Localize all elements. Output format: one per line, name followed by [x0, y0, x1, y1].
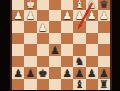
white-pawn-h2-icon: ♟	[12, 10, 24, 22]
black-bishop-c8-icon: ♝	[73, 79, 85, 91]
square-c4[interactable]	[73, 33, 85, 45]
square-c3[interactable]	[73, 21, 85, 33]
chess-diagram: ♚♝♞♛♟♟♟♟♟♟♟♟♞♟♟♚♟♟♟♟♝♜	[0, 0, 120, 90]
black-pawn-c7-icon: ♟	[73, 67, 85, 79]
square-b3[interactable]	[86, 21, 98, 33]
square-a3[interactable]	[98, 21, 110, 33]
black-pawn-g7-icon: ♟	[24, 67, 36, 79]
black-king-f7-icon: ♚	[37, 67, 49, 79]
square-h8[interactable]	[12, 79, 24, 91]
black-knight-c6-icon: ♞	[73, 56, 85, 68]
square-f2[interactable]	[37, 10, 49, 22]
square-e2[interactable]	[49, 10, 61, 22]
white-pawn-d2-icon: ♟	[61, 10, 73, 22]
black-pawn-e5-icon: ♟	[49, 44, 61, 56]
square-d8[interactable]	[61, 79, 73, 91]
square-f4[interactable]	[37, 33, 49, 45]
square-c5[interactable]	[73, 44, 85, 56]
board-frame: ♚♝♞♛♟♟♟♟♟♟♟♟♞♟♟♚♟♟♟♟♝♜	[10, 0, 112, 90]
square-h4[interactable]	[12, 33, 24, 45]
square-a5[interactable]	[98, 44, 110, 56]
square-b5[interactable]	[86, 44, 98, 56]
square-g4[interactable]	[24, 33, 36, 45]
square-a1[interactable]: ♛	[98, 0, 110, 10]
square-a8[interactable]: ♜	[98, 79, 110, 91]
square-f6[interactable]	[37, 56, 49, 68]
square-c7[interactable]: ♟	[73, 67, 85, 79]
white-pawn-a2-icon: ♟	[98, 10, 110, 22]
square-e3[interactable]	[49, 21, 61, 33]
white-pawn-f3-icon: ♟	[37, 21, 49, 33]
square-e4[interactable]	[49, 33, 61, 45]
black-pawn-b7-icon: ♟	[86, 67, 98, 79]
square-e1[interactable]	[49, 0, 61, 10]
square-f7[interactable]: ♚	[37, 67, 49, 79]
square-b8[interactable]	[86, 79, 98, 91]
square-b4[interactable]	[86, 33, 98, 45]
square-e6[interactable]	[49, 56, 61, 68]
square-h1[interactable]	[12, 0, 24, 10]
square-d5[interactable]	[61, 44, 73, 56]
square-b7[interactable]: ♟	[86, 67, 98, 79]
square-h3[interactable]	[12, 21, 24, 33]
square-g5[interactable]	[24, 44, 36, 56]
square-e7[interactable]	[49, 67, 61, 79]
square-c8[interactable]: ♝	[73, 79, 85, 91]
square-h6[interactable]	[12, 56, 24, 68]
square-f1[interactable]	[37, 0, 49, 10]
square-a2[interactable]: ♟	[98, 10, 110, 22]
square-d1[interactable]	[61, 0, 73, 10]
square-g2[interactable]: ♟	[24, 10, 36, 22]
square-g7[interactable]: ♟	[24, 67, 36, 79]
square-b1[interactable]: ♞	[86, 0, 98, 10]
square-c2[interactable]: ♟	[73, 10, 85, 22]
square-f8[interactable]	[37, 79, 49, 91]
square-h5[interactable]	[12, 44, 24, 56]
black-rook-a8-icon: ♜	[98, 79, 110, 91]
square-a4[interactable]	[98, 33, 110, 45]
white-knight-b1-icon: ♞	[86, 0, 98, 10]
white-pawn-c2-icon: ♟	[73, 10, 85, 22]
square-f3[interactable]: ♟	[37, 21, 49, 33]
square-e5[interactable]: ♟	[49, 44, 61, 56]
square-f5[interactable]	[37, 44, 49, 56]
black-pawn-a7-icon: ♟	[98, 67, 110, 79]
square-g8[interactable]	[24, 79, 36, 91]
white-pawn-b2-icon: ♟	[86, 10, 98, 22]
white-bishop-c1-icon: ♝	[73, 0, 85, 10]
black-queen-a1-icon: ♛	[98, 0, 110, 10]
black-pawn-d7-icon: ♟	[61, 67, 73, 79]
square-d6[interactable]	[61, 56, 73, 68]
chess-board[interactable]: ♚♝♞♛♟♟♟♟♟♟♟♟♞♟♟♚♟♟♟♟♝♜	[12, 0, 110, 90]
square-b2[interactable]: ♟	[86, 10, 98, 22]
square-d2[interactable]: ♟	[61, 10, 73, 22]
square-h7[interactable]: ♟	[12, 67, 24, 79]
square-g3[interactable]	[24, 21, 36, 33]
square-b6[interactable]	[86, 56, 98, 68]
white-king-g1-icon: ♚	[24, 0, 36, 10]
black-pawn-h7-icon: ♟	[12, 67, 24, 79]
square-c6[interactable]: ♞	[73, 56, 85, 68]
square-d4[interactable]	[61, 33, 73, 45]
square-a7[interactable]: ♟	[98, 67, 110, 79]
square-a6[interactable]	[98, 56, 110, 68]
square-c1[interactable]: ♝	[73, 0, 85, 10]
square-e8[interactable]	[49, 79, 61, 91]
square-g1[interactable]: ♚	[24, 0, 36, 10]
square-d7[interactable]: ♟	[61, 67, 73, 79]
square-g6[interactable]	[24, 56, 36, 68]
square-d3[interactable]	[61, 21, 73, 33]
square-h2[interactable]: ♟	[12, 10, 24, 22]
white-pawn-g2-icon: ♟	[24, 10, 36, 22]
